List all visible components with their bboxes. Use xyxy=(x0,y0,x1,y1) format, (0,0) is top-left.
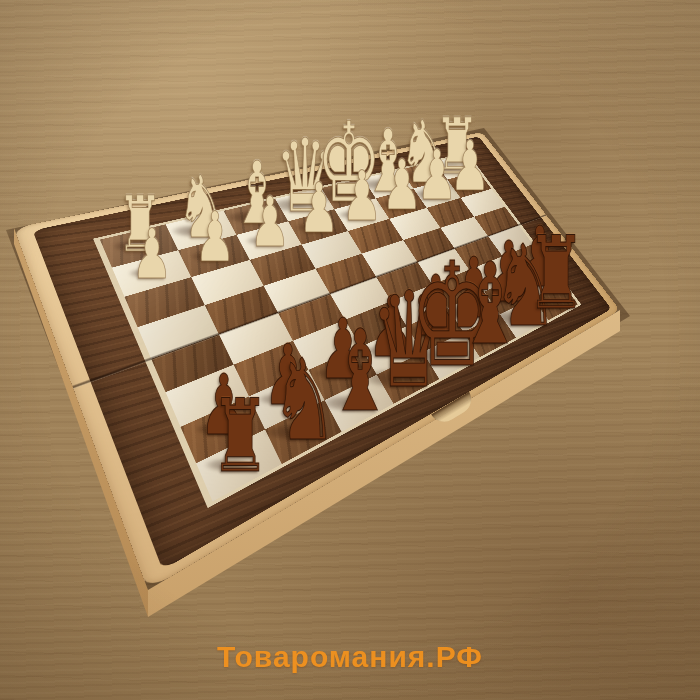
photo-scene: ♜♞♝♛♚♝♞♜♟♟♟♟♟♟♟♟♟♟♟♟♟♟♟♟♜♞♝♛♚♝♞♜ Товаром… xyxy=(0,0,700,700)
piece-black-bishop-c8: ♝ xyxy=(309,315,410,428)
bishop-glyph: ♝ xyxy=(231,150,282,236)
pawn-glyph: ♟ xyxy=(381,151,422,220)
pawn-glyph: ♟ xyxy=(263,335,312,419)
piece-shadow xyxy=(190,251,226,261)
piece-shadow xyxy=(479,290,522,303)
piece-shadow xyxy=(400,345,475,367)
pawn-glyph: ♟ xyxy=(449,132,490,201)
pawn-glyph: ♟ xyxy=(368,286,417,370)
piece-shadow xyxy=(484,310,543,327)
pawn-glyph: ♟ xyxy=(516,217,565,301)
piece-white-pawn-a2: ♟ xyxy=(122,220,184,289)
piece-shadow xyxy=(313,367,356,380)
piece-shadow xyxy=(245,236,281,246)
piece-white-pawn-d2: ♟ xyxy=(288,174,350,243)
piece-shadow xyxy=(269,198,322,213)
bishop-glyph: ♝ xyxy=(327,315,394,428)
piece-shadow xyxy=(264,423,323,440)
piece-white-pawn-f2: ♟ xyxy=(371,151,433,220)
piece-shadow xyxy=(362,344,405,357)
piece-white-pawn-h2: ♟ xyxy=(439,132,501,201)
piece-black-pawn-c7: ♟ xyxy=(306,309,381,393)
piece-black-pawn-a7: ♟ xyxy=(186,364,261,448)
bishop-glyph: ♝ xyxy=(457,248,524,361)
piece-black-pawn-h7: ♟ xyxy=(503,217,578,301)
piece-shadow xyxy=(412,189,448,199)
piece-shadow xyxy=(510,275,553,288)
piece-shadow xyxy=(361,368,430,388)
pawn-glyph: ♟ xyxy=(249,188,290,257)
pawn-glyph: ♟ xyxy=(194,203,235,272)
pieces-layer: ♜♞♝♛♚♝♞♜♟♟♟♟♟♟♟♟♟♟♟♟♟♟♟♟♜♞♝♛♚♝♞♜ xyxy=(0,0,700,700)
king-glyph: ♚ xyxy=(409,243,494,387)
piece-white-knight-b1: ♞ xyxy=(163,164,241,250)
piece-shadow xyxy=(294,222,330,232)
piece-shadow xyxy=(194,423,237,436)
piece-black-pawn-e7: ♟ xyxy=(398,265,473,349)
pawn-glyph: ♟ xyxy=(199,364,248,448)
knight-glyph: ♞ xyxy=(271,343,338,456)
piece-shadow xyxy=(429,162,469,174)
piece-shadow xyxy=(309,186,366,203)
rook-glyph: ♜ xyxy=(526,224,586,325)
pawn-glyph: ♟ xyxy=(484,231,533,315)
piece-shadow xyxy=(225,211,270,224)
knight-glyph: ♞ xyxy=(491,230,558,343)
piece-black-queen-d8: ♛ xyxy=(350,274,468,406)
rook-glyph: ♜ xyxy=(210,386,270,487)
piece-shadow xyxy=(445,180,481,190)
piece-black-knight-b8: ♞ xyxy=(254,343,355,456)
piece-shadow xyxy=(337,210,373,220)
pawn-glyph: ♟ xyxy=(319,309,368,393)
piece-black-pawn-g7: ♟ xyxy=(472,231,547,315)
bishop-glyph: ♝ xyxy=(363,117,414,203)
piece-shadow xyxy=(357,178,402,191)
piece-white-pawn-b2: ♟ xyxy=(184,203,246,272)
piece-shadow xyxy=(258,393,301,406)
piece-shadow xyxy=(171,224,216,237)
piece-white-pawn-c2: ♟ xyxy=(239,188,301,257)
piece-shadow xyxy=(128,268,164,278)
piece-shadow xyxy=(204,457,256,472)
piece-white-rook-a1: ♜ xyxy=(105,186,174,263)
piece-black-pawn-b7: ♟ xyxy=(250,335,325,419)
piece-shadow xyxy=(444,306,487,319)
piece-black-rook-a8: ♜ xyxy=(195,386,285,487)
piece-white-king-e1: ♚ xyxy=(300,108,399,218)
king-glyph: ♚ xyxy=(316,108,381,218)
piece-shadow xyxy=(519,295,571,310)
piece-shadow xyxy=(377,199,413,209)
piece-white-queen-d1: ♛ xyxy=(260,126,351,227)
pawn-glyph: ♟ xyxy=(450,247,499,331)
piece-white-bishop-c1: ♝ xyxy=(218,150,296,236)
piece-shadow xyxy=(450,328,509,345)
knight-glyph: ♞ xyxy=(176,164,227,250)
piece-white-pawn-e2: ♟ xyxy=(331,162,393,231)
piece-white-pawn-g2: ♟ xyxy=(406,141,468,210)
pawn-glyph: ♟ xyxy=(417,141,458,210)
watermark-text: Товаромания.РФ xyxy=(217,640,483,674)
queen-glyph: ♛ xyxy=(370,274,448,406)
piece-black-pawn-f7: ♟ xyxy=(437,247,512,331)
piece-white-rook-h1: ♜ xyxy=(422,108,491,185)
piece-black-knight-g8: ♞ xyxy=(474,230,575,343)
knight-glyph: ♞ xyxy=(399,108,450,194)
pawn-glyph: ♟ xyxy=(298,174,339,243)
piece-white-knight-g1: ♞ xyxy=(385,108,463,194)
piece-black-bishop-f8: ♝ xyxy=(440,248,541,361)
piece-shadow xyxy=(406,324,449,337)
piece-shadow xyxy=(319,395,378,412)
piece-shadow xyxy=(112,240,152,252)
pawn-glyph: ♟ xyxy=(132,220,173,289)
pawn-glyph: ♟ xyxy=(342,162,383,231)
pawn-glyph: ♟ xyxy=(411,265,460,349)
piece-black-rook-h8: ♜ xyxy=(510,224,600,325)
piece-shadow xyxy=(393,169,438,182)
piece-black-pawn-d7: ♟ xyxy=(355,286,430,370)
piece-white-bishop-f1: ♝ xyxy=(350,117,428,203)
rook-glyph: ♜ xyxy=(117,186,163,263)
queen-glyph: ♛ xyxy=(275,126,335,227)
rook-glyph: ♜ xyxy=(434,108,480,185)
piece-black-king-e8: ♚ xyxy=(387,243,516,387)
